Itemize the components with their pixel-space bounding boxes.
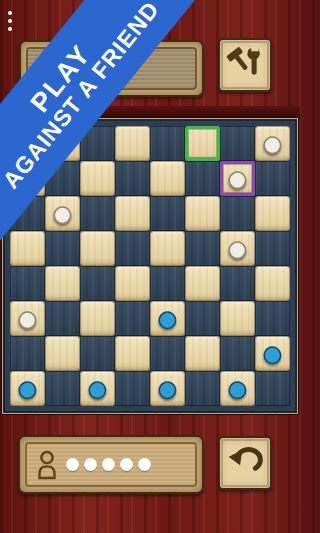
- square-d6[interactable]: [115, 301, 150, 336]
- square-h6[interactable]: [255, 301, 290, 336]
- square-g2[interactable]: ●: [220, 161, 255, 196]
- square-g3[interactable]: [220, 196, 255, 231]
- square-e7[interactable]: [150, 336, 185, 371]
- blue-piece[interactable]: ●: [150, 301, 185, 336]
- square-h1[interactable]: ●: [255, 126, 290, 161]
- square-c6[interactable]: [80, 301, 115, 336]
- square-g6[interactable]: [220, 301, 255, 336]
- white-piece[interactable]: ●: [45, 196, 80, 231]
- square-f7[interactable]: [185, 336, 220, 371]
- square-e2[interactable]: [150, 161, 185, 196]
- square-e8[interactable]: ●: [150, 371, 185, 406]
- status-dot: [66, 458, 79, 471]
- blue-piece[interactable]: ●: [10, 371, 45, 406]
- square-e3[interactable]: [150, 196, 185, 231]
- square-f8[interactable]: [185, 371, 220, 406]
- player-status-plaque: [18, 435, 204, 494]
- white-piece[interactable]: ●: [220, 161, 255, 196]
- square-f3[interactable]: [185, 196, 220, 231]
- square-e5[interactable]: [150, 266, 185, 301]
- square-b6[interactable]: [45, 301, 80, 336]
- square-g5[interactable]: [220, 266, 255, 301]
- square-b4[interactable]: [45, 231, 80, 266]
- square-h5[interactable]: [255, 266, 290, 301]
- square-b5[interactable]: [45, 266, 80, 301]
- square-a7[interactable]: [10, 336, 45, 371]
- undo-arrow-icon: [224, 440, 266, 486]
- square-f2[interactable]: [185, 161, 220, 196]
- white-piece[interactable]: ●: [255, 126, 290, 161]
- square-d5[interactable]: [115, 266, 150, 301]
- tools-button[interactable]: [218, 38, 272, 92]
- square-d7[interactable]: [115, 336, 150, 371]
- square-c7[interactable]: [80, 336, 115, 371]
- status-dot: [102, 458, 115, 471]
- square-g8[interactable]: ●: [220, 371, 255, 406]
- square-c5[interactable]: [80, 266, 115, 301]
- square-e6[interactable]: ●: [150, 301, 185, 336]
- white-piece[interactable]: ●: [10, 301, 45, 336]
- square-f6[interactable]: [185, 301, 220, 336]
- undo-button[interactable]: [218, 436, 272, 490]
- square-d3[interactable]: [115, 196, 150, 231]
- square-h8[interactable]: [255, 371, 290, 406]
- square-b7[interactable]: [45, 336, 80, 371]
- square-e4[interactable]: [150, 231, 185, 266]
- square-d4[interactable]: [115, 231, 150, 266]
- square-d8[interactable]: [115, 371, 150, 406]
- square-f4[interactable]: [185, 231, 220, 266]
- square-h2[interactable]: [255, 161, 290, 196]
- square-h3[interactable]: [255, 196, 290, 231]
- status-dot: [138, 458, 151, 471]
- square-a4[interactable]: [10, 231, 45, 266]
- square-a5[interactable]: [10, 266, 45, 301]
- square-c2[interactable]: [80, 161, 115, 196]
- status-dots: [66, 437, 151, 492]
- square-c4[interactable]: [80, 231, 115, 266]
- square-h7[interactable]: ●: [255, 336, 290, 371]
- square-b3[interactable]: ●: [45, 196, 80, 231]
- square-b8[interactable]: [45, 371, 80, 406]
- square-d1[interactable]: [115, 126, 150, 161]
- blue-piece[interactable]: ●: [80, 371, 115, 406]
- square-c3[interactable]: [80, 196, 115, 231]
- checkers-app-screen: { "game": "checkers", "banner": { "line1…: [0, 0, 300, 533]
- square-f5[interactable]: [185, 266, 220, 301]
- status-dot: [84, 458, 97, 471]
- square-d2[interactable]: [115, 161, 150, 196]
- person-icon: [33, 449, 61, 485]
- blue-piece[interactable]: ●: [255, 336, 290, 371]
- square-a8[interactable]: ●: [10, 371, 45, 406]
- overflow-menu-icon[interactable]: [5, 11, 15, 31]
- square-g1[interactable]: [220, 126, 255, 161]
- square-e1[interactable]: [150, 126, 185, 161]
- square-g7[interactable]: [220, 336, 255, 371]
- hammer-wrench-icon: [224, 42, 266, 88]
- blue-piece[interactable]: ●: [150, 371, 185, 406]
- square-h4[interactable]: [255, 231, 290, 266]
- square-f1[interactable]: [185, 126, 220, 161]
- blue-piece[interactable]: ●: [220, 371, 255, 406]
- status-dot: [120, 458, 133, 471]
- square-a6[interactable]: ●: [10, 301, 45, 336]
- square-c8[interactable]: ●: [80, 371, 115, 406]
- square-g4[interactable]: ●: [220, 231, 255, 266]
- white-piece[interactable]: ●: [220, 231, 255, 266]
